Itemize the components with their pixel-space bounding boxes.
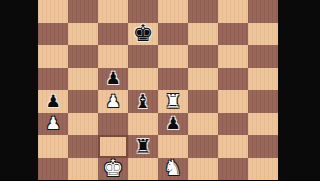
square-e2[interactable] bbox=[158, 135, 188, 158]
square-f3[interactable] bbox=[188, 113, 218, 136]
black-bishop-d4[interactable]: ♝ bbox=[134, 91, 151, 110]
pillarbox-right bbox=[278, 0, 320, 180]
square-g4[interactable] bbox=[218, 90, 248, 113]
square-b8[interactable] bbox=[68, 0, 98, 23]
square-a1[interactable] bbox=[38, 158, 68, 181]
square-b5[interactable] bbox=[68, 68, 98, 91]
square-d1[interactable] bbox=[128, 158, 158, 181]
square-a2[interactable] bbox=[38, 135, 68, 158]
square-h3[interactable] bbox=[248, 113, 278, 136]
square-d3[interactable] bbox=[128, 113, 158, 136]
white-pawn-c4[interactable]: ♟ bbox=[105, 92, 120, 109]
square-e6[interactable] bbox=[158, 45, 188, 68]
square-b3[interactable] bbox=[68, 113, 98, 136]
square-b2[interactable] bbox=[68, 135, 98, 158]
black-pawn-e3[interactable]: ♟ bbox=[165, 115, 180, 132]
square-a8[interactable] bbox=[38, 0, 68, 23]
board: ♚♟♟♟♝♜♟♟♜♚♞ bbox=[38, 0, 278, 180]
square-e8[interactable] bbox=[158, 0, 188, 23]
square-e3[interactable]: ♟ bbox=[158, 113, 188, 136]
square-c5[interactable]: ♟ bbox=[98, 68, 128, 91]
square-a7[interactable] bbox=[38, 23, 68, 46]
square-d6[interactable] bbox=[128, 45, 158, 68]
square-f2[interactable] bbox=[188, 135, 218, 158]
square-a4[interactable]: ♟ bbox=[38, 90, 68, 113]
white-rook-e4[interactable]: ♜ bbox=[164, 91, 181, 110]
square-f5[interactable] bbox=[188, 68, 218, 91]
square-g6[interactable] bbox=[218, 45, 248, 68]
black-king-d7[interactable]: ♚ bbox=[133, 22, 154, 45]
square-g7[interactable] bbox=[218, 23, 248, 46]
square-f4[interactable] bbox=[188, 90, 218, 113]
square-f1[interactable] bbox=[188, 158, 218, 181]
black-pawn-c5[interactable]: ♟ bbox=[105, 70, 120, 87]
white-pawn-a3[interactable]: ♟ bbox=[45, 115, 60, 132]
square-g2[interactable] bbox=[218, 135, 248, 158]
square-h7[interactable] bbox=[248, 23, 278, 46]
black-pawn-a4[interactable]: ♟ bbox=[45, 92, 60, 109]
square-c3[interactable] bbox=[98, 113, 128, 136]
square-a6[interactable] bbox=[38, 45, 68, 68]
white-knight-e1[interactable]: ♞ bbox=[164, 158, 183, 179]
square-b4[interactable] bbox=[68, 90, 98, 113]
square-f8[interactable] bbox=[188, 0, 218, 23]
square-d4[interactable]: ♝ bbox=[128, 90, 158, 113]
square-c6[interactable] bbox=[98, 45, 128, 68]
square-g5[interactable] bbox=[218, 68, 248, 91]
square-d2[interactable]: ♜ bbox=[128, 135, 158, 158]
square-e7[interactable] bbox=[158, 23, 188, 46]
square-g3[interactable] bbox=[218, 113, 248, 136]
black-rook-d2[interactable]: ♜ bbox=[134, 136, 151, 155]
video-frame: ♚♟♟♟♝♜♟♟♜♚♞ bbox=[0, 0, 320, 180]
square-b1[interactable] bbox=[68, 158, 98, 181]
square-c8[interactable] bbox=[98, 0, 128, 23]
square-b7[interactable] bbox=[68, 23, 98, 46]
square-g1[interactable] bbox=[218, 158, 248, 181]
square-b6[interactable] bbox=[68, 45, 98, 68]
square-a3[interactable]: ♟ bbox=[38, 113, 68, 136]
white-king-c1[interactable]: ♚ bbox=[103, 157, 124, 180]
square-d5[interactable] bbox=[128, 68, 158, 91]
square-e1[interactable]: ♞ bbox=[158, 158, 188, 181]
pillarbox-left bbox=[0, 0, 38, 180]
square-e4[interactable]: ♜ bbox=[158, 90, 188, 113]
square-h6[interactable] bbox=[248, 45, 278, 68]
square-d7[interactable]: ♚ bbox=[128, 23, 158, 46]
square-h4[interactable] bbox=[248, 90, 278, 113]
square-g8[interactable] bbox=[218, 0, 248, 23]
square-h2[interactable] bbox=[248, 135, 278, 158]
square-c1[interactable]: ♚ bbox=[98, 158, 128, 181]
square-a5[interactable] bbox=[38, 68, 68, 91]
square-h8[interactable] bbox=[248, 0, 278, 23]
square-h1[interactable] bbox=[248, 158, 278, 181]
square-c4[interactable]: ♟ bbox=[98, 90, 128, 113]
square-f6[interactable] bbox=[188, 45, 218, 68]
square-f7[interactable] bbox=[188, 23, 218, 46]
square-e5[interactable] bbox=[158, 68, 188, 91]
square-h5[interactable] bbox=[248, 68, 278, 91]
square-c7[interactable] bbox=[98, 23, 128, 46]
